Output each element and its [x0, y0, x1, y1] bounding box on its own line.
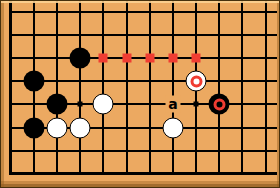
point-J3	[185, 116, 208, 139]
grid-line-v	[9, 139, 12, 162]
grid-line-v	[218, 0, 220, 23]
red-square-mark	[145, 53, 154, 62]
grid-line-v	[56, 139, 58, 162]
point-C8	[45, 0, 68, 23]
point-K2	[208, 139, 231, 162]
grid-line-v	[265, 139, 267, 162]
grid-line-v	[102, 139, 104, 162]
grid-line-v	[79, 70, 81, 93]
point-D2	[69, 139, 92, 162]
grid-line-v	[79, 162, 81, 175]
point-G4	[138, 93, 161, 116]
point-J7	[185, 23, 208, 46]
point-J1	[185, 162, 208, 185]
white-stone-J5	[186, 71, 207, 92]
point-C2	[45, 139, 68, 162]
white-stone-H3	[162, 117, 183, 138]
grid-line-v	[265, 0, 267, 23]
point-B8	[22, 0, 45, 23]
point-K5	[208, 70, 231, 93]
go-diagram: a	[0, 0, 280, 188]
point-H4: a	[161, 93, 184, 116]
grid-line-v	[9, 70, 12, 93]
point-K6	[208, 46, 231, 69]
point-A8	[0, 0, 22, 23]
grid-line-v	[126, 0, 128, 23]
point-J4	[185, 93, 208, 116]
point-B6	[22, 46, 45, 69]
point-J2	[185, 139, 208, 162]
grid-line-v	[241, 162, 243, 175]
grid-line-v	[218, 116, 220, 139]
grid-line-v	[79, 0, 81, 23]
point-M7	[254, 23, 277, 46]
grid-line-v	[149, 0, 151, 23]
grid-line-v	[265, 162, 267, 175]
point-D6	[69, 46, 92, 69]
black-stone-D6	[70, 47, 91, 68]
point-C5	[45, 70, 68, 93]
point-H8	[161, 0, 184, 23]
grid-line-v	[9, 162, 12, 175]
grid-line-v	[265, 93, 267, 116]
grid-line-v	[172, 23, 174, 46]
point-G8	[138, 0, 161, 23]
point-M3	[254, 116, 277, 139]
point-E8	[92, 0, 115, 23]
grid-line-v	[241, 0, 243, 23]
point-H3	[161, 116, 184, 139]
point-L2	[231, 139, 254, 162]
point-K4	[208, 93, 231, 116]
grid-line-v	[195, 116, 197, 139]
point-A3	[0, 116, 22, 139]
point-A1	[0, 162, 22, 185]
point-C3	[45, 116, 68, 139]
grid-line-v	[241, 23, 243, 46]
point-D1	[69, 162, 92, 185]
point-G7	[138, 23, 161, 46]
point-E1	[92, 162, 115, 185]
star-point-mark	[194, 102, 199, 107]
grid-line-v	[102, 162, 104, 175]
grid-line-v	[126, 23, 128, 46]
grid-line-v	[9, 46, 12, 69]
grid-line-v	[265, 116, 267, 139]
point-L8	[231, 0, 254, 23]
point-A4	[0, 93, 22, 116]
point-H7	[161, 23, 184, 46]
grid-line-v	[9, 0, 12, 23]
point-B3	[22, 116, 45, 139]
grid-line-v	[33, 162, 35, 175]
point-M4	[254, 93, 277, 116]
grid-line-v	[33, 46, 35, 69]
grid-line-v	[149, 70, 151, 93]
point-H6	[161, 46, 184, 69]
point-H1	[161, 162, 184, 185]
point-M8	[254, 0, 277, 23]
point-E6	[92, 46, 115, 69]
grid-line-v	[241, 70, 243, 93]
grid-line-v	[149, 162, 151, 175]
grid-line-v	[126, 162, 128, 175]
grid-line-v	[33, 23, 35, 46]
point-E4	[92, 93, 115, 116]
point-L3	[231, 116, 254, 139]
point-L1	[231, 162, 254, 185]
grid-line-v	[102, 116, 104, 139]
grid-line-v	[79, 139, 81, 162]
point-B4	[22, 93, 45, 116]
point-A5	[0, 70, 22, 93]
grid-line-v	[126, 70, 128, 93]
grid-line-v	[56, 23, 58, 46]
red-square-mark	[99, 53, 108, 62]
grid-line-v	[56, 46, 58, 69]
point-L5	[231, 70, 254, 93]
point-A6	[0, 46, 22, 69]
point-E2	[92, 139, 115, 162]
point-G6	[138, 46, 161, 69]
grid-line-v	[218, 46, 220, 69]
point-K7	[208, 23, 231, 46]
grid-line-v	[265, 46, 267, 69]
grid-line-v	[218, 70, 220, 93]
point-J5	[185, 70, 208, 93]
point-F7	[115, 23, 138, 46]
grid-line-v	[9, 93, 12, 116]
grid-line-v	[241, 116, 243, 139]
grid-line-v	[172, 139, 174, 162]
grid-line-v	[149, 23, 151, 46]
point-M1	[254, 162, 277, 185]
grid-line-v	[126, 139, 128, 162]
red-square-mark	[168, 53, 177, 62]
point-K8	[208, 0, 231, 23]
black-stone-K4	[209, 94, 230, 115]
grid-line-v	[9, 116, 12, 139]
point-L6	[231, 46, 254, 69]
grid-line-v	[241, 93, 243, 116]
point-K3	[208, 116, 231, 139]
point-A2	[0, 139, 22, 162]
red-circle-mark	[213, 98, 225, 110]
point-H5	[161, 70, 184, 93]
point-L4	[231, 93, 254, 116]
grid-line-v	[265, 70, 267, 93]
point-D4	[69, 93, 92, 116]
point-E3	[92, 116, 115, 139]
point-F2	[115, 139, 138, 162]
point-B5	[22, 70, 45, 93]
point-G5	[138, 70, 161, 93]
point-G2	[138, 139, 161, 162]
point-D8	[69, 0, 92, 23]
grid-line-v	[33, 0, 35, 23]
grid-line-v	[241, 139, 243, 162]
grid-line-v	[102, 23, 104, 46]
red-square-mark	[122, 53, 131, 62]
grid-line-v	[195, 0, 197, 23]
point-B2	[22, 139, 45, 162]
grid-line-v	[149, 93, 151, 116]
grid-line-v	[195, 139, 197, 162]
point-G1	[138, 162, 161, 185]
point-F1	[115, 162, 138, 185]
point-G3	[138, 116, 161, 139]
point-C6	[45, 46, 68, 69]
white-stone-E4	[93, 94, 114, 115]
go-board-grid: a	[0, 0, 277, 186]
red-circle-mark	[190, 75, 202, 87]
grid-line-v	[149, 139, 151, 162]
point-D3	[69, 116, 92, 139]
grid-line-v	[56, 0, 58, 23]
point-F5	[115, 70, 138, 93]
grid-line-v	[102, 70, 104, 93]
grid-line-v	[33, 93, 35, 116]
point-A7	[0, 23, 22, 46]
point-C4	[45, 93, 68, 116]
point-M6	[254, 46, 277, 69]
point-F4	[115, 93, 138, 116]
point-F3	[115, 116, 138, 139]
black-stone-B3	[23, 117, 44, 138]
grid-line-v	[56, 162, 58, 175]
point-E7	[92, 23, 115, 46]
point-label-a: a	[168, 97, 177, 111]
grid-line-v	[172, 162, 174, 175]
grid-line-v	[241, 46, 243, 69]
point-H2	[161, 139, 184, 162]
point-B7	[22, 23, 45, 46]
point-J8	[185, 0, 208, 23]
grid-line-v	[218, 139, 220, 162]
point-F8	[115, 0, 138, 23]
star-point-mark	[78, 102, 83, 107]
grid-line-v	[149, 116, 151, 139]
grid-line-v	[79, 23, 81, 46]
grid-line-v	[218, 23, 220, 46]
grid-line-v	[9, 23, 12, 46]
point-M2	[254, 139, 277, 162]
grid-line-v	[265, 23, 267, 46]
grid-line-v	[33, 139, 35, 162]
grid-line-v	[56, 70, 58, 93]
point-C1	[45, 162, 68, 185]
point-C7	[45, 23, 68, 46]
point-K1	[208, 162, 231, 185]
grid-line-v	[126, 93, 128, 116]
black-stone-C4	[46, 94, 67, 115]
point-J6	[185, 46, 208, 69]
point-M5	[254, 70, 277, 93]
white-stone-C3	[46, 117, 67, 138]
grid-line-v	[218, 162, 220, 175]
black-stone-B5	[23, 71, 44, 92]
grid-line-v	[126, 116, 128, 139]
grid-line-v	[102, 0, 104, 23]
grid-line-v	[195, 23, 197, 46]
point-E5	[92, 70, 115, 93]
grid-line-v	[172, 0, 174, 23]
point-D7	[69, 23, 92, 46]
point-D5	[69, 70, 92, 93]
red-square-mark	[192, 53, 201, 62]
grid-line-v	[172, 70, 174, 93]
white-stone-D3	[70, 117, 91, 138]
point-B1	[22, 162, 45, 185]
point-F6	[115, 46, 138, 69]
grid-line-v	[195, 162, 197, 175]
point-L7	[231, 23, 254, 46]
